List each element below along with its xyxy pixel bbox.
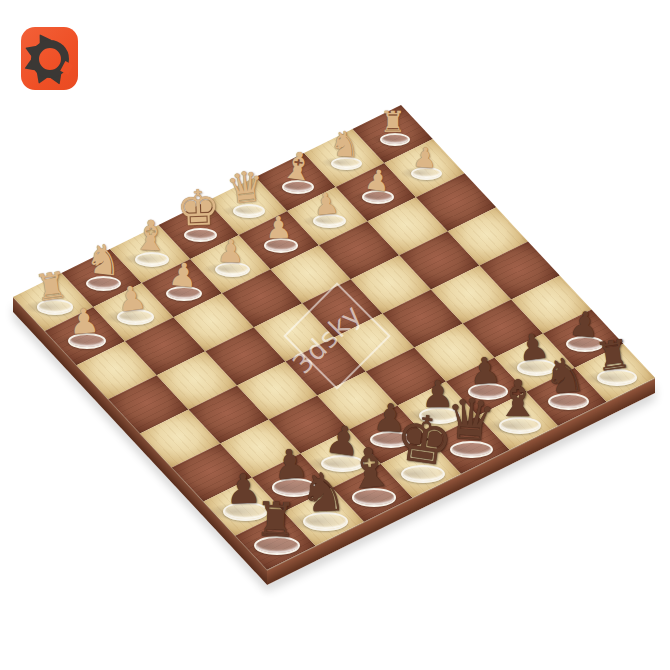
- render-scene: 3dsky ♜♞♝♛♚♝♞♜♟♟♟♟♟♟♟♟♟♟♟♟♟♟♟♟♜♞♝♛♚♝♞♜: [0, 0, 670, 670]
- corona-renderer-logo: [21, 27, 78, 90]
